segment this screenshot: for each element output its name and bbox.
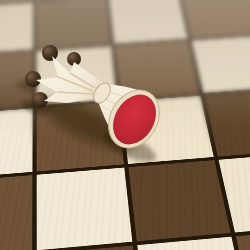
fallen-chess-piece [0,0,250,250]
crown-bead [25,71,41,87]
chessboard-photo [0,0,250,250]
crown-bead [42,45,58,61]
